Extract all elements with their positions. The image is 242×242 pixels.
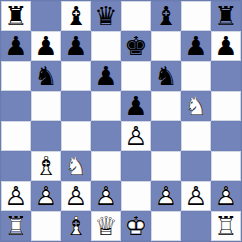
- piece-black-pawn: ♟: [91, 61, 121, 91]
- square-g1[interactable]: [181, 211, 211, 241]
- piece-outline: ♘: [61, 151, 91, 181]
- square-e5[interactable]: ♟: [121, 91, 151, 121]
- piece-white-pawn: ♟♙: [1, 181, 31, 211]
- square-e1[interactable]: ♚♔: [121, 211, 151, 241]
- piece-outline: ♙: [121, 121, 151, 151]
- square-c4[interactable]: [61, 121, 91, 151]
- piece-black-pawn: ♟: [1, 31, 31, 61]
- square-h8[interactable]: ♜: [211, 1, 241, 31]
- square-f2[interactable]: ♟♙: [151, 181, 181, 211]
- square-h2[interactable]: ♟♙: [211, 181, 241, 211]
- square-e7[interactable]: ♚: [121, 31, 151, 61]
- piece-outline: ♙: [61, 181, 91, 211]
- square-g7[interactable]: ♟: [181, 31, 211, 61]
- square-f8[interactable]: ♝: [151, 1, 181, 31]
- square-d5[interactable]: [91, 91, 121, 121]
- piece-outline: ♙: [151, 181, 181, 211]
- piece-white-knight: ♞♘: [181, 91, 211, 121]
- square-e2[interactable]: [121, 181, 151, 211]
- piece-white-bishop: ♝♗: [31, 151, 61, 181]
- piece-black-rook: ♜: [211, 1, 241, 31]
- piece-outline: ♔: [121, 211, 151, 241]
- square-c3[interactable]: ♞♘: [61, 151, 91, 181]
- square-g6[interactable]: [181, 61, 211, 91]
- square-f3[interactable]: [151, 151, 181, 181]
- square-h5[interactable]: [211, 91, 241, 121]
- square-c7[interactable]: ♟: [61, 31, 91, 61]
- square-a1[interactable]: ♜♖: [1, 211, 31, 241]
- square-a5[interactable]: [1, 91, 31, 121]
- square-h3[interactable]: [211, 151, 241, 181]
- piece-white-pawn: ♟♙: [211, 181, 241, 211]
- square-b4[interactable]: [31, 121, 61, 151]
- square-d1[interactable]: ♛♕: [91, 211, 121, 241]
- chess-board: ♜♝♛♝♜♟♟♟♚♟♟♞♟♞♟♞♘♟♙♝♗♞♘♟♙♟♙♟♙♟♙♟♙♟♙♟♙♜♖♝…: [0, 0, 242, 242]
- piece-outline: ♙: [211, 181, 241, 211]
- square-a8[interactable]: ♜: [1, 1, 31, 31]
- piece-black-pawn: ♟: [61, 31, 91, 61]
- square-b3[interactable]: ♝♗: [31, 151, 61, 181]
- square-d3[interactable]: [91, 151, 121, 181]
- piece-white-pawn: ♟♙: [121, 121, 151, 151]
- piece-white-pawn: ♟♙: [91, 181, 121, 211]
- piece-white-knight: ♞♘: [61, 151, 91, 181]
- piece-white-pawn: ♟♙: [181, 181, 211, 211]
- square-e8[interactable]: [121, 1, 151, 31]
- square-b6[interactable]: ♞: [31, 61, 61, 91]
- square-h4[interactable]: [211, 121, 241, 151]
- piece-black-pawn: ♟: [181, 31, 211, 61]
- piece-black-pawn: ♟: [31, 31, 61, 61]
- piece-outline: ♗: [31, 151, 61, 181]
- piece-black-bishop: ♝: [151, 1, 181, 31]
- square-a6[interactable]: [1, 61, 31, 91]
- piece-white-pawn: ♟♙: [31, 181, 61, 211]
- square-f7[interactable]: [151, 31, 181, 61]
- square-c5[interactable]: [61, 91, 91, 121]
- piece-outline: ♙: [1, 181, 31, 211]
- square-c8[interactable]: ♝: [61, 1, 91, 31]
- piece-outline: ♙: [181, 181, 211, 211]
- square-e4[interactable]: ♟♙: [121, 121, 151, 151]
- square-b5[interactable]: [31, 91, 61, 121]
- piece-white-king: ♚♔: [121, 211, 151, 241]
- piece-black-king: ♚: [121, 31, 151, 61]
- piece-white-queen: ♛♕: [91, 211, 121, 241]
- square-f4[interactable]: [151, 121, 181, 151]
- piece-white-rook: ♜♖: [211, 211, 241, 241]
- square-g5[interactable]: ♞♘: [181, 91, 211, 121]
- square-b7[interactable]: ♟: [31, 31, 61, 61]
- piece-white-pawn: ♟♙: [151, 181, 181, 211]
- piece-black-bishop: ♝: [61, 1, 91, 31]
- square-d7[interactable]: [91, 31, 121, 61]
- square-f5[interactable]: [151, 91, 181, 121]
- piece-black-queen: ♛: [91, 1, 121, 31]
- piece-outline: ♖: [211, 211, 241, 241]
- square-b8[interactable]: [31, 1, 61, 31]
- square-e6[interactable]: [121, 61, 151, 91]
- square-b2[interactable]: ♟♙: [31, 181, 61, 211]
- square-a7[interactable]: ♟: [1, 31, 31, 61]
- square-c1[interactable]: ♝♗: [61, 211, 91, 241]
- piece-white-rook: ♜♖: [1, 211, 31, 241]
- piece-outline: ♗: [61, 211, 91, 241]
- square-a2[interactable]: ♟♙: [1, 181, 31, 211]
- square-h6[interactable]: [211, 61, 241, 91]
- square-h7[interactable]: ♟: [211, 31, 241, 61]
- square-d2[interactable]: ♟♙: [91, 181, 121, 211]
- square-b1[interactable]: [31, 211, 61, 241]
- square-d4[interactable]: [91, 121, 121, 151]
- square-f1[interactable]: [151, 211, 181, 241]
- square-a3[interactable]: [1, 151, 31, 181]
- piece-black-pawn: ♟: [121, 91, 151, 121]
- piece-black-knight: ♞: [31, 61, 61, 91]
- piece-outline: ♕: [91, 211, 121, 241]
- square-g3[interactable]: [181, 151, 211, 181]
- piece-outline: ♘: [181, 91, 211, 121]
- piece-black-rook: ♜: [1, 1, 31, 31]
- square-d6[interactable]: ♟: [91, 61, 121, 91]
- piece-black-knight: ♞: [151, 61, 181, 91]
- piece-white-bishop: ♝♗: [61, 211, 91, 241]
- square-c2[interactable]: ♟♙: [61, 181, 91, 211]
- square-g4[interactable]: [181, 121, 211, 151]
- piece-white-pawn: ♟♙: [61, 181, 91, 211]
- square-d8[interactable]: ♛: [91, 1, 121, 31]
- square-g2[interactable]: ♟♙: [181, 181, 211, 211]
- square-h1[interactable]: ♜♖: [211, 211, 241, 241]
- square-e3[interactable]: [121, 151, 151, 181]
- piece-outline: ♙: [91, 181, 121, 211]
- square-a4[interactable]: [1, 121, 31, 151]
- square-f6[interactable]: ♞: [151, 61, 181, 91]
- piece-outline: ♖: [1, 211, 31, 241]
- piece-black-pawn: ♟: [211, 31, 241, 61]
- square-c6[interactable]: [61, 61, 91, 91]
- piece-outline: ♙: [31, 181, 61, 211]
- square-g8[interactable]: [181, 1, 211, 31]
